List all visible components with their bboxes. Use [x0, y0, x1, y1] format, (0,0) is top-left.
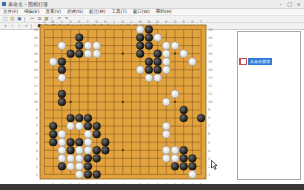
- black-stone[interactable]: [67, 146, 75, 154]
- app-window: 未命名 - 围棋打谱 –□× 文件(F)编辑(E)查看(V)棋谱(G)标注(M)…: [0, 0, 304, 190]
- hoshi-point: [122, 101, 124, 103]
- white-stone[interactable]: [49, 58, 57, 66]
- row-label: 11: [208, 92, 212, 96]
- col-label: F: [87, 20, 89, 24]
- black-stone[interactable]: [102, 138, 110, 146]
- black-stone[interactable]: [75, 114, 83, 122]
- row-label: 17: [208, 44, 212, 48]
- black-stone[interactable]: [154, 66, 162, 74]
- row-label: 1: [36, 173, 38, 177]
- black-stone[interactable]: [136, 34, 144, 42]
- black-stone[interactable]: [84, 171, 92, 179]
- row-label: 5: [208, 141, 210, 145]
- menu-item-4[interactable]: 棋谱(G): [64, 9, 86, 15]
- white-stone[interactable]: [75, 146, 83, 154]
- black-stone[interactable]: [93, 154, 101, 162]
- black-stone[interactable]: [93, 130, 101, 138]
- game-tree-panel: 未命名棋谱: [237, 31, 301, 180]
- hoshi-point: [174, 53, 176, 55]
- col-label: M: [139, 20, 142, 24]
- white-stone[interactable]: [189, 171, 197, 179]
- menu-item-8[interactable]: 帮助(H): [153, 9, 175, 15]
- black-stone[interactable]: [93, 122, 101, 130]
- row-label: 7: [36, 124, 38, 128]
- white-stone[interactable]: [67, 122, 75, 130]
- white-stone[interactable]: [162, 154, 170, 162]
- white-stone[interactable]: [58, 42, 66, 50]
- white-stone[interactable]: [58, 130, 66, 138]
- white-stone[interactable]: [84, 146, 92, 154]
- hoshi-point: [70, 101, 72, 103]
- save-icon[interactable]: ▣: [16, 16, 23, 22]
- white-stone[interactable]: [162, 58, 170, 66]
- tree-node-icon: [239, 58, 247, 65]
- row-label: 6: [208, 132, 210, 136]
- hoshi-point: [174, 101, 176, 103]
- row-label: 5: [36, 141, 38, 145]
- menu-item-6[interactable]: 工具(T): [108, 9, 129, 15]
- black-stone[interactable]: [145, 66, 153, 74]
- toolbar-separator: [24, 17, 28, 22]
- white-stone[interactable]: [84, 42, 92, 50]
- black-stone[interactable]: [84, 122, 92, 130]
- white-stone[interactable]: [145, 74, 153, 82]
- row-label: 6: [36, 132, 38, 136]
- menu-bar: 文件(F)编辑(E)查看(V)棋谱(G)标注(M)工具(T)窗口(W)帮助(H): [0, 9, 304, 16]
- row-label: 10: [34, 100, 38, 104]
- col-label: P: [165, 20, 167, 24]
- white-stone[interactable]: [75, 171, 83, 179]
- black-stone[interactable]: [75, 138, 83, 146]
- row-label: 12: [34, 84, 38, 88]
- app-icon: [2, 2, 6, 6]
- white-stone[interactable]: [162, 66, 170, 74]
- hoshi-point: [122, 53, 124, 55]
- col-label: R: [183, 20, 186, 24]
- black-stone[interactable]: [75, 50, 83, 58]
- row-label: 14: [34, 68, 38, 72]
- black-stone[interactable]: [180, 106, 188, 114]
- black-stone[interactable]: [197, 114, 205, 122]
- row-label: 12: [208, 84, 212, 88]
- row-label: 18: [208, 36, 212, 40]
- black-stone[interactable]: [145, 58, 153, 66]
- black-stone[interactable]: [84, 114, 92, 122]
- prev-move-icon[interactable]: ‹: [9, 23, 16, 29]
- white-stone[interactable]: [136, 26, 144, 34]
- black-stone[interactable]: [49, 122, 57, 130]
- title-bar[interactable]: 未命名 - 围棋打谱 –□×: [0, 0, 304, 9]
- white-stone[interactable]: [84, 50, 92, 58]
- black-stone[interactable]: [154, 50, 162, 58]
- black-stone[interactable]: [180, 146, 188, 154]
- white-stone[interactable]: [180, 50, 188, 58]
- black-stone[interactable]: [75, 42, 83, 50]
- white-stone[interactable]: [58, 138, 66, 146]
- row-label: 8: [208, 116, 210, 120]
- row-label: 16: [208, 52, 212, 56]
- white-stone[interactable]: [171, 154, 179, 162]
- white-stone[interactable]: [154, 34, 162, 42]
- black-stone[interactable]: [145, 26, 153, 34]
- black-stone[interactable]: [84, 154, 92, 162]
- white-stone[interactable]: [162, 146, 170, 154]
- row-label: 9: [208, 108, 210, 112]
- black-stone[interactable]: [58, 98, 66, 106]
- black-stone[interactable]: [58, 162, 66, 170]
- white-stone[interactable]: [84, 138, 92, 146]
- black-stone[interactable]: [180, 154, 188, 162]
- white-stone[interactable]: [162, 98, 170, 106]
- row-label: 13: [34, 76, 38, 80]
- white-stone[interactable]: [171, 146, 179, 154]
- white-stone[interactable]: [93, 42, 101, 50]
- row-label: 18: [34, 36, 38, 40]
- row-label: 2: [36, 165, 38, 169]
- col-label: E: [78, 20, 80, 24]
- menu-item-7[interactable]: 窗口(W): [130, 9, 153, 15]
- black-stone[interactable]: [145, 34, 153, 42]
- black-stone[interactable]: [58, 58, 66, 66]
- white-stone[interactable]: [84, 130, 92, 138]
- white-stone[interactable]: [93, 50, 101, 58]
- row-label: 11: [34, 92, 38, 96]
- white-stone[interactable]: [189, 58, 197, 66]
- taskbar[interactable]: [0, 184, 304, 190]
- row-label: 16: [34, 52, 38, 56]
- col-label: K: [122, 20, 125, 24]
- black-stone[interactable]: [67, 50, 75, 58]
- maximize-button[interactable]: □: [285, 0, 294, 8]
- white-stone[interactable]: [58, 146, 66, 154]
- row-label: 3: [208, 157, 210, 161]
- window-controls: –□×: [276, 0, 303, 8]
- white-stone[interactable]: [67, 162, 75, 170]
- white-stone[interactable]: [75, 122, 83, 130]
- col-label: N: [148, 20, 151, 24]
- white-stone[interactable]: [162, 122, 170, 130]
- selected-game-node[interactable]: 未命名棋谱: [248, 58, 272, 65]
- black-stone[interactable]: [180, 114, 188, 122]
- black-stone[interactable]: [102, 146, 110, 154]
- first-move-icon[interactable]: «: [2, 23, 9, 29]
- black-stone[interactable]: [154, 58, 162, 66]
- white-stone[interactable]: [171, 42, 179, 50]
- row-label: 19: [208, 28, 212, 32]
- menu-item-2[interactable]: 编辑(E): [21, 9, 42, 15]
- board-canvas: AA1919BB1818CC1717DD1616EE1515FF1414GG13…: [0, 30, 304, 184]
- next-move-icon[interactable]: ›: [16, 23, 23, 29]
- black-stone[interactable]: [58, 66, 66, 74]
- row-label: 7: [208, 124, 210, 128]
- black-stone[interactable]: [93, 171, 101, 179]
- col-label: S: [191, 20, 193, 24]
- black-stone[interactable]: [136, 42, 144, 50]
- black-stone[interactable]: [49, 130, 57, 138]
- hoshi-point: [122, 149, 124, 151]
- menu-item-3[interactable]: 查看(V): [42, 9, 64, 15]
- col-label: C: [61, 20, 64, 24]
- go-board[interactable]: AA1919BB1818CC1717DD1616EE1515FF1414GG13…: [30, 17, 216, 189]
- row-label: 15: [208, 60, 212, 64]
- tree-selected-row[interactable]: 未命名棋谱: [239, 58, 272, 65]
- black-stone[interactable]: [58, 90, 66, 98]
- black-stone[interactable]: [49, 138, 57, 146]
- black-stone[interactable]: [171, 162, 179, 170]
- black-stone[interactable]: [189, 154, 197, 162]
- new-file-icon[interactable]: □: [2, 16, 9, 22]
- black-stone[interactable]: [136, 50, 144, 58]
- row-label: 4: [208, 149, 210, 153]
- row-label: 8: [36, 116, 38, 120]
- black-stone[interactable]: [84, 162, 92, 170]
- minimize-button[interactable]: –: [276, 0, 285, 8]
- white-stone[interactable]: [75, 162, 83, 170]
- col-label: J: [113, 20, 115, 24]
- white-stone[interactable]: [136, 66, 144, 74]
- row-label: 10: [208, 100, 212, 104]
- row-label: 13: [208, 76, 212, 80]
- white-stone[interactable]: [171, 90, 179, 98]
- col-label: B: [52, 20, 55, 24]
- white-stone[interactable]: [162, 42, 170, 50]
- last-move-icon[interactable]: »: [23, 23, 30, 29]
- close-button[interactable]: ×: [294, 0, 303, 8]
- black-stone[interactable]: [93, 146, 101, 154]
- open-folder-icon[interactable]: ▤: [9, 16, 16, 22]
- black-stone[interactable]: [180, 162, 188, 170]
- white-stone[interactable]: [154, 74, 162, 82]
- row-label: 1: [208, 173, 210, 177]
- black-stone[interactable]: [145, 42, 153, 50]
- row-label: 2: [208, 165, 210, 169]
- col-label: O: [156, 20, 159, 24]
- col-label: G: [95, 20, 98, 24]
- col-label: L: [131, 20, 133, 24]
- mouse-cursor: [211, 155, 218, 165]
- menu-item-1[interactable]: 文件(F): [0, 9, 21, 15]
- menu-item-5[interactable]: 标注(M): [86, 9, 108, 15]
- black-stone[interactable]: [75, 34, 83, 42]
- col-label: H: [104, 20, 107, 24]
- row-label: 14: [208, 68, 212, 72]
- white-stone[interactable]: [75, 154, 83, 162]
- col-label: T: [199, 20, 203, 24]
- row-label: 19: [34, 28, 38, 32]
- row-label: 17: [34, 44, 38, 48]
- col-label: D: [69, 20, 72, 24]
- white-stone[interactable]: [67, 154, 75, 162]
- black-stone[interactable]: [67, 138, 75, 146]
- white-stone[interactable]: [162, 130, 170, 138]
- row-label: 15: [34, 60, 38, 64]
- row-label: 3: [36, 157, 38, 161]
- white-stone[interactable]: [58, 74, 66, 82]
- row-label: 4: [36, 149, 38, 153]
- black-stone[interactable]: [67, 114, 75, 122]
- window-title: 未命名 - 围棋打谱: [8, 0, 48, 8]
- col-label: Q: [174, 20, 177, 24]
- white-stone[interactable]: [162, 50, 170, 58]
- col-label: A: [43, 20, 46, 24]
- row-label: 9: [36, 108, 38, 112]
- black-stone[interactable]: [189, 162, 197, 170]
- white-stone[interactable]: [58, 154, 66, 162]
